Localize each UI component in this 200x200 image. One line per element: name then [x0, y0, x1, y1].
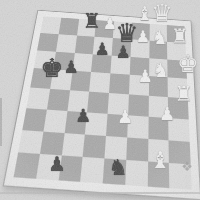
square-d4[interactable] [109, 74, 130, 95]
piece-white-rook-b1[interactable]: ♜ [171, 26, 189, 46]
piece-black-pawn-d6[interactable]: ♟ [63, 59, 78, 76]
piece-black-pawn-f6[interactable]: ♟ [75, 107, 91, 125]
photo-background: ♜♟♛♝♛♜♟♟♟♞♚♟♟♞♚♜♟♟♟♟♞♝❖ [0, 0, 200, 200]
piece-white-pawn-b3[interactable]: ♟ [136, 29, 150, 45]
square-h1[interactable] [169, 163, 192, 189]
piece-white-pawn-d3[interactable]: ♟ [137, 68, 152, 85]
piece-white-knight-d2[interactable]: ♞ [152, 60, 170, 80]
piece-white-pawn-f2[interactable]: ♟ [159, 105, 175, 123]
piece-black-knight-h4[interactable]: ♞ [108, 157, 128, 179]
piece-black-pawn-c5[interactable]: ♟ [94, 41, 109, 58]
square-g3[interactable] [126, 137, 148, 162]
square-a7[interactable] [58, 18, 78, 36]
square-h3[interactable] [125, 160, 148, 186]
photo-edge-smudge [0, 98, 2, 146]
piece-black-king-d7[interactable]: ♚ [40, 55, 63, 81]
piece-white-king-d1[interactable]: ♚ [177, 52, 199, 76]
piece-white-knight-b2[interactable]: ♞ [151, 28, 168, 47]
square-b7[interactable] [56, 34, 77, 53]
piece-black-pawn-h6[interactable]: ♟ [48, 154, 66, 174]
piece-white-pawn-f4[interactable]: ♟ [117, 108, 133, 126]
square-h5[interactable] [80, 157, 104, 183]
piece-white-rook-e1[interactable]: ♜ [175, 84, 194, 105]
piece-black-rook-b6[interactable]: ♜ [83, 11, 102, 32]
piece-black-pawn-c4[interactable]: ♟ [115, 44, 130, 61]
square-b6[interactable] [74, 35, 94, 54]
piece-white-queen-a2[interactable]: ♛ [151, 1, 173, 25]
square-e7[interactable] [47, 89, 70, 111]
square-g5[interactable] [83, 134, 106, 159]
piece-white-bishop-h2[interactable]: ♝ [150, 149, 171, 172]
square-g1[interactable] [169, 140, 191, 165]
square-d5[interactable] [89, 72, 110, 93]
square-f7[interactable] [43, 109, 67, 132]
